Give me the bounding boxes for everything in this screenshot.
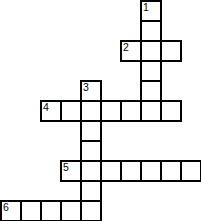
- crossword-cell[interactable]: 2: [120, 40, 142, 62]
- crossword-cell[interactable]: 1: [140, 0, 162, 22]
- clue-number: 4: [43, 102, 49, 113]
- crossword-cell[interactable]: [80, 140, 102, 162]
- crossword-cell[interactable]: [100, 100, 122, 122]
- crossword-cell[interactable]: 6: [0, 200, 22, 221]
- clue-number: 5: [63, 162, 69, 173]
- crossword-cell[interactable]: [20, 200, 42, 221]
- crossword-cell[interactable]: 4: [40, 100, 62, 122]
- crossword-cell[interactable]: 5: [60, 160, 82, 182]
- crossword-cell[interactable]: [40, 200, 62, 221]
- clue-number: 6: [3, 202, 9, 213]
- crossword-cell[interactable]: [140, 20, 162, 42]
- crossword-cell[interactable]: [140, 100, 162, 122]
- crossword-cell[interactable]: [140, 80, 162, 102]
- crossword-cell[interactable]: [140, 40, 162, 62]
- crossword-cell[interactable]: [80, 160, 102, 182]
- crossword-cell[interactable]: [120, 160, 142, 182]
- clue-number: 3: [83, 82, 89, 93]
- clue-number: 1: [143, 2, 149, 13]
- crossword-cell[interactable]: [60, 100, 82, 122]
- clue-number: 2: [123, 42, 129, 53]
- crossword-cell[interactable]: [100, 160, 122, 182]
- crossword-grid: 123456: [0, 0, 201, 221]
- crossword-cell[interactable]: [60, 200, 82, 221]
- crossword-cell[interactable]: [80, 120, 102, 142]
- crossword-cell[interactable]: [80, 180, 102, 202]
- crossword-cell[interactable]: [80, 100, 102, 122]
- crossword-cell[interactable]: [160, 40, 182, 62]
- crossword-cell[interactable]: [120, 100, 142, 122]
- crossword-cell[interactable]: [160, 160, 182, 182]
- crossword-cell[interactable]: [160, 100, 182, 122]
- crossword-cell[interactable]: [80, 200, 102, 221]
- crossword-cell[interactable]: 3: [80, 80, 102, 102]
- crossword-cell[interactable]: [180, 160, 201, 182]
- crossword-cell[interactable]: [140, 160, 162, 182]
- crossword-cell[interactable]: [140, 60, 162, 82]
